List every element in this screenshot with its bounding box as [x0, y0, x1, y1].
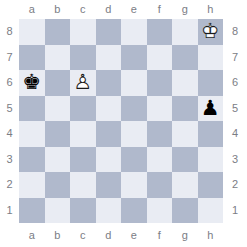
square-d1[interactable] — [96, 198, 122, 224]
square-e3[interactable] — [121, 147, 147, 173]
square-c8[interactable] — [70, 19, 96, 45]
square-h8[interactable]: ♚♔ — [198, 19, 224, 45]
square-f1[interactable] — [147, 198, 173, 224]
file-label-bottom-a: a — [19, 223, 45, 247]
file-label-bottom-b: b — [45, 223, 71, 247]
square-c1[interactable] — [70, 198, 96, 224]
rank-label-left-7: 7 — [0, 45, 19, 71]
piece-white-pawn-c6[interactable]: ♟♙ — [70, 70, 96, 96]
square-e6[interactable] — [121, 70, 147, 96]
square-g6[interactable] — [172, 70, 198, 96]
square-a1[interactable] — [19, 198, 45, 224]
file-label-bottom-e: e — [121, 223, 147, 247]
square-b7[interactable] — [45, 45, 71, 71]
rank-label-right-1: 1 — [223, 198, 247, 224]
square-b3[interactable] — [45, 147, 71, 173]
rank-label-right-7: 7 — [223, 45, 247, 71]
corner-bottom-left — [0, 223, 19, 247]
corner-top-right — [223, 0, 247, 19]
piece-white-king-h8[interactable]: ♚♔ — [198, 19, 224, 45]
rank-label-left-3: 3 — [0, 147, 19, 173]
square-d5[interactable] — [96, 96, 122, 122]
square-b2[interactable] — [45, 172, 71, 198]
rank-label-right-2: 2 — [223, 172, 247, 198]
square-f8[interactable] — [147, 19, 173, 45]
rank-label-right-5: 5 — [223, 96, 247, 122]
square-b8[interactable] — [45, 19, 71, 45]
white-king-outline-glyph: ♔ — [198, 19, 224, 45]
square-g3[interactable] — [172, 147, 198, 173]
black-king-glyph: ♚ — [19, 70, 45, 96]
square-g4[interactable] — [172, 121, 198, 147]
piece-black-king-a6[interactable]: ♚ — [19, 70, 45, 96]
square-h6[interactable] — [198, 70, 224, 96]
square-f6[interactable] — [147, 70, 173, 96]
square-e2[interactable] — [121, 172, 147, 198]
file-label-top-f: f — [147, 0, 173, 19]
square-b5[interactable] — [45, 96, 71, 122]
square-e5[interactable] — [121, 96, 147, 122]
square-h2[interactable] — [198, 172, 224, 198]
square-h7[interactable] — [198, 45, 224, 71]
rank-label-left-2: 2 — [0, 172, 19, 198]
square-b4[interactable] — [45, 121, 71, 147]
chess-board: abcdefgh8♚♔8776♚♟♙65♟544332211abcdefgh — [0, 0, 247, 247]
rank-label-right-8: 8 — [223, 19, 247, 45]
rank-label-left-4: 4 — [0, 121, 19, 147]
rank-label-right-3: 3 — [223, 147, 247, 173]
corner-bottom-right — [223, 223, 247, 247]
square-a8[interactable] — [19, 19, 45, 45]
chess-diagram: abcdefgh8♚♔8776♚♟♙65♟544332211abcdefgh — [0, 0, 247, 247]
square-h1[interactable] — [198, 198, 224, 224]
rank-label-right-6: 6 — [223, 70, 247, 96]
file-label-top-b: b — [45, 0, 71, 19]
square-b6[interactable] — [45, 70, 71, 96]
square-a5[interactable] — [19, 96, 45, 122]
file-label-top-h: h — [198, 0, 224, 19]
rank-label-right-4: 4 — [223, 121, 247, 147]
square-c6[interactable]: ♟♙ — [70, 70, 96, 96]
piece-black-pawn-h5[interactable]: ♟ — [198, 96, 224, 122]
square-a7[interactable] — [19, 45, 45, 71]
square-g2[interactable] — [172, 172, 198, 198]
rank-label-left-5: 5 — [0, 96, 19, 122]
rank-label-left-6: 6 — [0, 70, 19, 96]
square-a6[interactable]: ♚ — [19, 70, 45, 96]
corner-top-left — [0, 0, 19, 19]
square-c3[interactable] — [70, 147, 96, 173]
file-label-top-a: a — [19, 0, 45, 19]
white-pawn-outline-glyph: ♙ — [70, 70, 96, 96]
square-f7[interactable] — [147, 45, 173, 71]
square-g7[interactable] — [172, 45, 198, 71]
file-label-bottom-h: h — [198, 223, 224, 247]
file-label-top-c: c — [70, 0, 96, 19]
square-e8[interactable] — [121, 19, 147, 45]
rank-label-left-8: 8 — [0, 19, 19, 45]
square-d8[interactable] — [96, 19, 122, 45]
square-g8[interactable] — [172, 19, 198, 45]
square-c7[interactable] — [70, 45, 96, 71]
file-label-top-g: g — [172, 0, 198, 19]
square-f2[interactable] — [147, 172, 173, 198]
square-h5[interactable]: ♟ — [198, 96, 224, 122]
square-h3[interactable] — [198, 147, 224, 173]
square-d3[interactable] — [96, 147, 122, 173]
square-a2[interactable] — [19, 172, 45, 198]
square-g1[interactable] — [172, 198, 198, 224]
square-e7[interactable] — [121, 45, 147, 71]
rank-label-left-1: 1 — [0, 198, 19, 224]
square-d7[interactable] — [96, 45, 122, 71]
square-e1[interactable] — [121, 198, 147, 224]
square-c2[interactable] — [70, 172, 96, 198]
file-label-bottom-f: f — [147, 223, 173, 247]
file-label-top-e: e — [121, 0, 147, 19]
square-a3[interactable] — [19, 147, 45, 173]
square-h4[interactable] — [198, 121, 224, 147]
file-label-top-d: d — [96, 0, 122, 19]
square-c4[interactable] — [70, 121, 96, 147]
square-d2[interactable] — [96, 172, 122, 198]
square-f4[interactable] — [147, 121, 173, 147]
file-label-bottom-d: d — [96, 223, 122, 247]
square-e4[interactable] — [121, 121, 147, 147]
black-pawn-glyph: ♟ — [198, 96, 224, 122]
square-d4[interactable] — [96, 121, 122, 147]
file-label-bottom-g: g — [172, 223, 198, 247]
square-f3[interactable] — [147, 147, 173, 173]
square-g5[interactable] — [172, 96, 198, 122]
file-label-bottom-c: c — [70, 223, 96, 247]
square-d6[interactable] — [96, 70, 122, 96]
square-b1[interactable] — [45, 198, 71, 224]
square-c5[interactable] — [70, 96, 96, 122]
square-a4[interactable] — [19, 121, 45, 147]
square-f5[interactable] — [147, 96, 173, 122]
